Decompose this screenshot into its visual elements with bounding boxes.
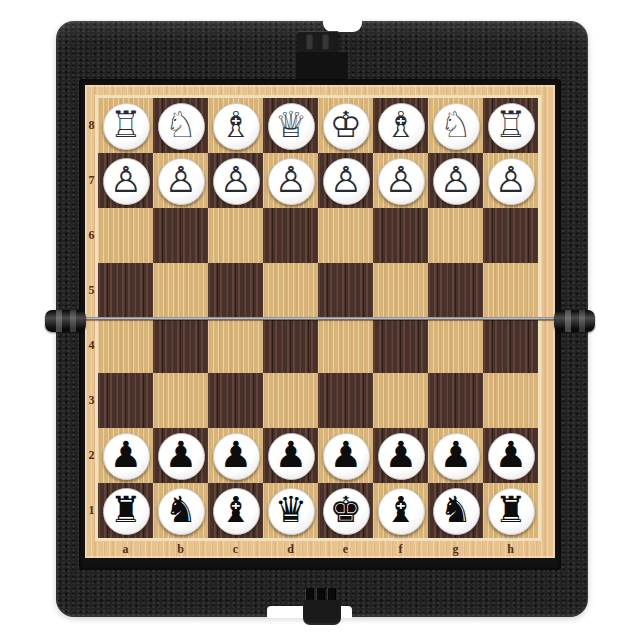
piece-bP-h2[interactable]: ♟ <box>488 433 535 480</box>
square-f2[interactable]: ♟ <box>373 428 428 483</box>
piece-glyph-wP: ♙ <box>275 162 307 198</box>
square-h2[interactable]: ♟ <box>483 428 538 483</box>
piece-wK-e8[interactable]: ♔ <box>323 103 370 150</box>
square-f8[interactable]: ♗ <box>373 98 428 153</box>
square-h3[interactable] <box>483 373 538 428</box>
piece-wN-g8[interactable]: ♘ <box>433 103 480 150</box>
piece-bN-b1[interactable]: ♞ <box>158 488 205 535</box>
square-b2[interactable]: ♟ <box>153 428 208 483</box>
left-hinge-barrel <box>45 310 86 332</box>
file-label-b: b <box>153 541 208 557</box>
piece-glyph-wN: ♘ <box>440 107 472 143</box>
latch-slot <box>322 34 329 50</box>
piece-glyph-bB: ♝ <box>385 492 417 528</box>
file-label-d: d <box>263 541 318 557</box>
square-h5[interactable] <box>483 263 538 318</box>
piece-glyph-bP: ♟ <box>275 437 307 473</box>
piece-glyph-bK: ♚ <box>330 492 362 528</box>
piece-wP-g7[interactable]: ♙ <box>433 158 480 205</box>
piece-glyph-bP: ♟ <box>165 437 197 473</box>
square-e5[interactable] <box>318 263 373 318</box>
piece-bP-c2[interactable]: ♟ <box>213 433 260 480</box>
square-a7[interactable]: ♙ <box>98 153 153 208</box>
square-c7[interactable]: ♙ <box>208 153 263 208</box>
piece-wP-d7[interactable]: ♙ <box>268 158 315 205</box>
file-label-e: e <box>318 541 373 557</box>
square-d2[interactable]: ♟ <box>263 428 318 483</box>
rank-label-5: 5 <box>85 263 98 318</box>
square-f4[interactable] <box>373 318 428 373</box>
piece-glyph-wP: ♙ <box>385 162 417 198</box>
piece-glyph-bN: ♞ <box>440 492 472 528</box>
piece-bP-b2[interactable]: ♟ <box>158 433 205 480</box>
square-c2[interactable]: ♟ <box>208 428 263 483</box>
rank-label-6: 6 <box>85 208 98 263</box>
square-d4[interactable] <box>263 318 318 373</box>
piece-glyph-wB: ♗ <box>220 107 252 143</box>
square-e6[interactable] <box>318 208 373 263</box>
file-label-h: h <box>483 541 538 557</box>
piece-bP-g2[interactable]: ♟ <box>433 433 480 480</box>
square-h4[interactable] <box>483 318 538 373</box>
piece-wQ-d8[interactable]: ♕ <box>268 103 315 150</box>
rank-label-8: 8 <box>85 98 98 153</box>
square-h8[interactable]: ♖ <box>483 98 538 153</box>
square-g6[interactable] <box>428 208 483 263</box>
piece-glyph-wP: ♙ <box>110 162 142 198</box>
piece-wP-c7[interactable]: ♙ <box>213 158 260 205</box>
square-d1[interactable]: ♛ <box>263 483 318 538</box>
file-label-c: c <box>208 541 263 557</box>
piece-glyph-wP: ♙ <box>165 162 197 198</box>
piece-bP-d2[interactable]: ♟ <box>268 433 315 480</box>
piece-glyph-wB: ♗ <box>385 107 417 143</box>
square-c8[interactable]: ♗ <box>208 98 263 153</box>
piece-glyph-bP: ♟ <box>330 437 362 473</box>
square-a1[interactable]: ♜ <box>98 483 153 538</box>
piece-wN-b8[interactable]: ♘ <box>158 103 205 150</box>
square-e4[interactable] <box>318 318 373 373</box>
square-c1[interactable]: ♝ <box>208 483 263 538</box>
piece-glyph-wN: ♘ <box>165 107 197 143</box>
square-e8[interactable]: ♔ <box>318 98 373 153</box>
square-f7[interactable]: ♙ <box>373 153 428 208</box>
clasp-tab <box>303 600 341 625</box>
square-a8[interactable]: ♖ <box>98 98 153 153</box>
square-b7[interactable]: ♙ <box>153 153 208 208</box>
square-g7[interactable]: ♙ <box>428 153 483 208</box>
square-h6[interactable] <box>483 208 538 263</box>
square-b8[interactable]: ♘ <box>153 98 208 153</box>
latch-slot <box>306 34 313 50</box>
file-label-f: f <box>373 541 428 557</box>
piece-glyph-bP: ♟ <box>495 437 527 473</box>
square-c3[interactable] <box>208 373 263 428</box>
square-e1[interactable]: ♚ <box>318 483 373 538</box>
square-g1[interactable]: ♞ <box>428 483 483 538</box>
piece-wR-a8[interactable]: ♖ <box>103 103 150 150</box>
square-e2[interactable]: ♟ <box>318 428 373 483</box>
piece-glyph-wP: ♙ <box>495 162 527 198</box>
piece-wR-h8[interactable]: ♖ <box>488 103 535 150</box>
square-a4[interactable] <box>98 318 153 373</box>
square-h7[interactable]: ♙ <box>483 153 538 208</box>
piece-wP-h7[interactable]: ♙ <box>488 158 535 205</box>
square-h1[interactable]: ♜ <box>483 483 538 538</box>
piece-glyph-bP: ♟ <box>220 437 252 473</box>
piece-bQ-d1[interactable]: ♛ <box>268 488 315 535</box>
square-d7[interactable]: ♙ <box>263 153 318 208</box>
rank-label-2: 2 <box>85 428 98 483</box>
square-f6[interactable] <box>373 208 428 263</box>
piece-bR-a1[interactable]: ♜ <box>103 488 150 535</box>
piece-wP-e7[interactable]: ♙ <box>323 158 370 205</box>
square-a5[interactable] <box>98 263 153 318</box>
piece-bN-g1[interactable]: ♞ <box>433 488 480 535</box>
piece-glyph-wK: ♔ <box>330 107 362 143</box>
square-g3[interactable] <box>428 373 483 428</box>
piece-glyph-bR: ♜ <box>495 492 527 528</box>
product-photo-stage: ♖♘♗♕♔♗♘♖♙♙♙♙♙♙♙♙♟♟♟♟♟♟♟♟♜♞♝♛♚♝♞♜ 8765432… <box>0 0 640 640</box>
square-b3[interactable] <box>153 373 208 428</box>
square-b1[interactable]: ♞ <box>153 483 208 538</box>
piece-glyph-wR: ♖ <box>110 107 142 143</box>
piece-bP-e2[interactable]: ♟ <box>323 433 370 480</box>
piece-glyph-bR: ♜ <box>110 492 142 528</box>
square-b4[interactable] <box>153 318 208 373</box>
piece-bK-e1[interactable]: ♚ <box>323 488 370 535</box>
latch-plate <box>296 52 348 79</box>
piece-wP-a7[interactable]: ♙ <box>103 158 150 205</box>
square-f3[interactable] <box>373 373 428 428</box>
square-f1[interactable]: ♝ <box>373 483 428 538</box>
square-d5[interactable] <box>263 263 318 318</box>
piece-wB-c8[interactable]: ♗ <box>213 103 260 150</box>
piece-glyph-bP: ♟ <box>440 437 472 473</box>
piece-glyph-bP: ♟ <box>110 437 142 473</box>
piece-glyph-bB: ♝ <box>220 492 252 528</box>
rank-label-3: 3 <box>85 373 98 428</box>
square-b6[interactable] <box>153 208 208 263</box>
wooden-board: ♖♘♗♕♔♗♘♖♙♙♙♙♙♙♙♙♟♟♟♟♟♟♟♟♜♞♝♛♚♝♞♜ 8765432… <box>85 85 555 558</box>
piece-bP-f2[interactable]: ♟ <box>378 433 425 480</box>
square-c6[interactable] <box>208 208 263 263</box>
piece-glyph-bP: ♟ <box>385 437 417 473</box>
piece-glyph-wQ: ♕ <box>275 107 307 143</box>
square-e3[interactable] <box>318 373 373 428</box>
latch-notch <box>323 14 362 32</box>
square-g4[interactable] <box>428 318 483 373</box>
board-fold-line <box>85 317 555 320</box>
piece-wP-f7[interactable]: ♙ <box>378 158 425 205</box>
piece-glyph-wP: ♙ <box>440 162 472 198</box>
square-c5[interactable] <box>208 263 263 318</box>
square-d8[interactable]: ♕ <box>263 98 318 153</box>
latch-block <box>297 31 339 53</box>
case-shell: ♖♘♗♕♔♗♘♖♙♙♙♙♙♙♙♙♟♟♟♟♟♟♟♟♜♞♝♛♚♝♞♜ 8765432… <box>56 21 588 617</box>
right-hinge-barrel <box>554 310 595 332</box>
piece-bP-a2[interactable]: ♟ <box>103 433 150 480</box>
piece-bB-f1[interactable]: ♝ <box>378 488 425 535</box>
piece-glyph-wP: ♙ <box>330 162 362 198</box>
piece-glyph-wP: ♙ <box>220 162 252 198</box>
square-g2[interactable]: ♟ <box>428 428 483 483</box>
square-b5[interactable] <box>153 263 208 318</box>
piece-wB-f8[interactable]: ♗ <box>378 103 425 150</box>
file-label-a: a <box>98 541 153 557</box>
piece-wP-b7[interactable]: ♙ <box>158 158 205 205</box>
rank-label-7: 7 <box>85 153 98 208</box>
board-inner-frame: ♖♘♗♕♔♗♘♖♙♙♙♙♙♙♙♙♟♟♟♟♟♟♟♟♜♞♝♛♚♝♞♜ 8765432… <box>79 79 561 570</box>
square-d6[interactable] <box>263 208 318 263</box>
square-d3[interactable] <box>263 373 318 428</box>
square-f5[interactable] <box>373 263 428 318</box>
square-c4[interactable] <box>208 318 263 373</box>
piece-bB-c1[interactable]: ♝ <box>213 488 260 535</box>
square-e7[interactable]: ♙ <box>318 153 373 208</box>
square-a3[interactable] <box>98 373 153 428</box>
square-g5[interactable] <box>428 263 483 318</box>
rank-label-4: 4 <box>85 318 98 373</box>
piece-glyph-bN: ♞ <box>165 492 197 528</box>
piece-glyph-bQ: ♛ <box>275 492 307 528</box>
square-a2[interactable]: ♟ <box>98 428 153 483</box>
rank-label-1: 1 <box>85 483 98 538</box>
square-a6[interactable] <box>98 208 153 263</box>
piece-bR-h1[interactable]: ♜ <box>488 488 535 535</box>
piece-glyph-wR: ♖ <box>495 107 527 143</box>
file-label-g: g <box>428 541 483 557</box>
square-g8[interactable]: ♘ <box>428 98 483 153</box>
